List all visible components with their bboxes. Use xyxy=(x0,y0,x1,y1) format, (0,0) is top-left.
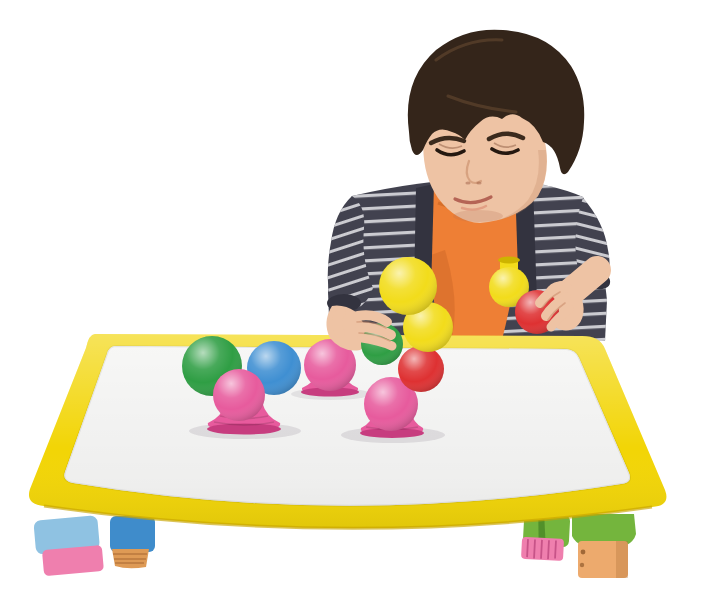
thumb xyxy=(337,312,341,333)
photo-canvas xyxy=(0,0,725,600)
suction-top-lip xyxy=(498,257,520,264)
ball-yellow-top-shine xyxy=(379,257,437,315)
leg-far-right-foot-shade xyxy=(616,541,628,578)
ball-pink-shine xyxy=(213,369,265,421)
left-nostril xyxy=(465,181,470,184)
chin-shadow xyxy=(453,210,503,222)
leg-mid-left-upper xyxy=(110,516,155,552)
scene-illustration xyxy=(0,0,725,600)
leg-screw-mark xyxy=(581,550,586,555)
leg-far-left-foot xyxy=(42,545,104,576)
leg-screw-mark xyxy=(580,563,584,567)
ball-red-shine xyxy=(398,346,444,392)
right-nostril xyxy=(476,181,481,184)
